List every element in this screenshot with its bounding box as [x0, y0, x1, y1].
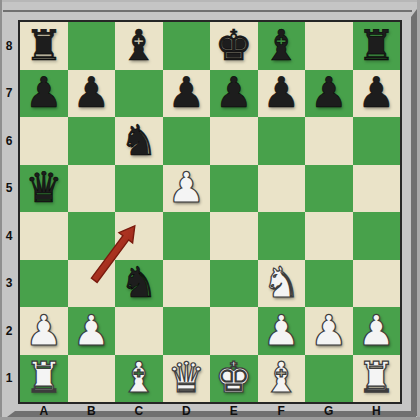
- square-d5[interactable]: ♟: [163, 165, 211, 213]
- piece-black-king[interactable]: ♚: [215, 25, 253, 67]
- square-g6[interactable]: [305, 117, 353, 165]
- piece-white-pawn[interactable]: ♟: [72, 310, 110, 352]
- square-g4[interactable]: [305, 212, 353, 260]
- rank-label-3: 3: [2, 260, 16, 308]
- square-a8[interactable]: ♜: [20, 22, 68, 70]
- square-e8[interactable]: ♚: [210, 22, 258, 70]
- square-f7[interactable]: ♟: [258, 70, 306, 118]
- square-b4[interactable]: [68, 212, 116, 260]
- square-a5[interactable]: ♛: [20, 165, 68, 213]
- square-d8[interactable]: [163, 22, 211, 70]
- file-label-B: B: [68, 403, 116, 419]
- rank-label-4: 4: [2, 212, 16, 260]
- file-label-E: E: [210, 403, 258, 419]
- piece-white-queen[interactable]: ♛: [167, 357, 205, 399]
- square-b1[interactable]: [68, 355, 116, 403]
- file-label-C: C: [115, 403, 163, 419]
- square-a1[interactable]: ♜: [20, 355, 68, 403]
- piece-white-pawn[interactable]: ♟: [310, 310, 348, 352]
- square-c4[interactable]: [115, 212, 163, 260]
- rank-label-1: 1: [2, 355, 16, 403]
- square-b3[interactable]: [68, 260, 116, 308]
- piece-white-bishop[interactable]: ♝: [262, 357, 300, 399]
- square-g8[interactable]: [305, 22, 353, 70]
- frame-edge-top: [0, 0, 420, 2]
- rank-label-2: 2: [2, 307, 16, 355]
- piece-black-rook[interactable]: ♜: [357, 25, 395, 67]
- piece-black-pawn[interactable]: ♟: [262, 72, 300, 114]
- chess-board-window: 87654321 ABCDEFGH ♜♝♚♝♜♟♟♟♟♟♟♟♞♛♟♞♞♟♟♟♟♟…: [0, 0, 420, 420]
- square-f8[interactable]: ♝: [258, 22, 306, 70]
- piece-black-pawn[interactable]: ♟: [167, 72, 205, 114]
- square-c5[interactable]: [115, 165, 163, 213]
- square-d6[interactable]: [163, 117, 211, 165]
- file-label-D: D: [163, 403, 211, 419]
- piece-black-knight[interactable]: ♞: [120, 262, 158, 304]
- square-d4[interactable]: [163, 212, 211, 260]
- square-h8[interactable]: ♜: [353, 22, 401, 70]
- piece-white-king[interactable]: ♚: [215, 357, 253, 399]
- square-d3[interactable]: [163, 260, 211, 308]
- square-e3[interactable]: [210, 260, 258, 308]
- square-b6[interactable]: [68, 117, 116, 165]
- square-h1[interactable]: ♜: [353, 355, 401, 403]
- square-g2[interactable]: ♟: [305, 307, 353, 355]
- square-e6[interactable]: [210, 117, 258, 165]
- square-d7[interactable]: ♟: [163, 70, 211, 118]
- square-d1[interactable]: ♛: [163, 355, 211, 403]
- file-label-F: F: [258, 403, 306, 419]
- file-label-A: A: [20, 403, 68, 419]
- square-b8[interactable]: [68, 22, 116, 70]
- rank-label-8: 8: [2, 22, 16, 70]
- piece-white-rook[interactable]: ♜: [357, 357, 395, 399]
- square-e5[interactable]: [210, 165, 258, 213]
- square-h4[interactable]: [353, 212, 401, 260]
- square-c8[interactable]: ♝: [115, 22, 163, 70]
- square-g1[interactable]: [305, 355, 353, 403]
- square-c7[interactable]: [115, 70, 163, 118]
- square-h3[interactable]: [353, 260, 401, 308]
- square-b7[interactable]: ♟: [68, 70, 116, 118]
- square-a3[interactable]: [20, 260, 68, 308]
- rank-label-7: 7: [2, 70, 16, 118]
- piece-black-rook[interactable]: ♜: [25, 25, 63, 67]
- piece-black-knight[interactable]: ♞: [120, 120, 158, 162]
- square-f1[interactable]: ♝: [258, 355, 306, 403]
- square-h6[interactable]: [353, 117, 401, 165]
- square-e7[interactable]: ♟: [210, 70, 258, 118]
- piece-black-pawn[interactable]: ♟: [310, 72, 348, 114]
- rank-label-5: 5: [2, 165, 16, 213]
- file-label-G: G: [305, 403, 353, 419]
- piece-white-pawn[interactable]: ♟: [167, 167, 205, 209]
- frame-groove-top: [3, 10, 412, 12]
- square-h7[interactable]: ♟: [353, 70, 401, 118]
- piece-black-bishop[interactable]: ♝: [120, 25, 158, 67]
- piece-white-pawn[interactable]: ♟: [357, 310, 395, 352]
- piece-black-pawn[interactable]: ♟: [25, 72, 63, 114]
- piece-white-knight[interactable]: ♞: [262, 262, 300, 304]
- square-b5[interactable]: [68, 165, 116, 213]
- square-f5[interactable]: [258, 165, 306, 213]
- square-e4[interactable]: [210, 212, 258, 260]
- chess-board[interactable]: ♜♝♚♝♜♟♟♟♟♟♟♟♞♛♟♞♞♟♟♟♟♟♜♝♛♚♝♜: [18, 20, 402, 404]
- piece-white-pawn[interactable]: ♟: [262, 310, 300, 352]
- piece-white-bishop[interactable]: ♝: [120, 357, 158, 399]
- square-f2[interactable]: ♟: [258, 307, 306, 355]
- square-h5[interactable]: [353, 165, 401, 213]
- square-e1[interactable]: ♚: [210, 355, 258, 403]
- square-g7[interactable]: ♟: [305, 70, 353, 118]
- square-a4[interactable]: [20, 212, 68, 260]
- rank-label-6: 6: [2, 117, 16, 165]
- square-c3[interactable]: ♞: [115, 260, 163, 308]
- square-f6[interactable]: [258, 117, 306, 165]
- square-d2[interactable]: [163, 307, 211, 355]
- square-c2[interactable]: [115, 307, 163, 355]
- piece-black-pawn[interactable]: ♟: [215, 72, 253, 114]
- square-a6[interactable]: [20, 117, 68, 165]
- square-g3[interactable]: [305, 260, 353, 308]
- square-b2[interactable]: ♟: [68, 307, 116, 355]
- square-g5[interactable]: [305, 165, 353, 213]
- square-f3[interactable]: ♞: [258, 260, 306, 308]
- square-f4[interactable]: [258, 212, 306, 260]
- piece-black-pawn[interactable]: ♟: [357, 72, 395, 114]
- piece-white-rook[interactable]: ♜: [25, 357, 63, 399]
- square-c6[interactable]: ♞: [115, 117, 163, 165]
- square-c1[interactable]: ♝: [115, 355, 163, 403]
- piece-white-pawn[interactable]: ♟: [25, 310, 63, 352]
- file-label-H: H: [353, 403, 401, 419]
- square-a2[interactable]: ♟: [20, 307, 68, 355]
- square-e2[interactable]: [210, 307, 258, 355]
- piece-black-pawn[interactable]: ♟: [72, 72, 110, 114]
- square-h2[interactable]: ♟: [353, 307, 401, 355]
- square-a7[interactable]: ♟: [20, 70, 68, 118]
- piece-black-queen[interactable]: ♛: [25, 167, 63, 209]
- piece-black-bishop[interactable]: ♝: [262, 25, 300, 67]
